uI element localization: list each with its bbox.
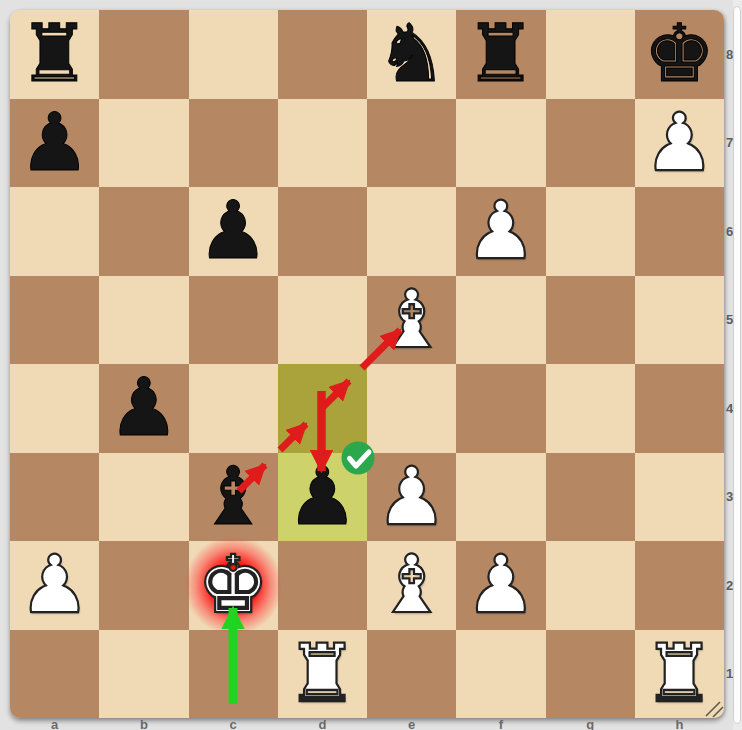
square-e1[interactable] [367,630,456,719]
square-g1[interactable] [546,630,635,719]
square-f7[interactable] [456,99,545,188]
square-b6[interactable] [99,187,188,276]
piece-black-knight[interactable]: ♞ [367,10,456,99]
square-c3[interactable]: ♝ [189,453,278,542]
scrollbar-thumb[interactable] [733,6,741,724]
file-labels: abcdefgh [10,717,724,730]
square-h2[interactable] [635,541,724,630]
square-a4[interactable] [10,364,99,453]
file-label-a: a [10,717,99,730]
square-d5[interactable] [278,276,367,365]
piece-black-rook[interactable]: ♜ [10,10,99,99]
square-f8[interactable]: ♜ [456,10,545,99]
square-g8[interactable] [546,10,635,99]
square-b8[interactable] [99,10,188,99]
piece-white-rook[interactable]: ♜ [278,630,367,719]
square-b2[interactable] [99,541,188,630]
piece-black-bishop[interactable]: ♝ [189,453,278,542]
piece-white-pawn[interactable]: ♟ [635,99,724,188]
square-h1[interactable]: ♜ [635,630,724,719]
file-label-d: d [278,717,367,730]
piece-white-bishop[interactable]: ♝ [367,541,456,630]
square-d4[interactable] [278,364,367,453]
square-h5[interactable] [635,276,724,365]
square-a1[interactable] [10,630,99,719]
square-b1[interactable] [99,630,188,719]
square-f3[interactable] [456,453,545,542]
square-g2[interactable] [546,541,635,630]
square-f6[interactable]: ♟ [456,187,545,276]
square-a8[interactable]: ♜ [10,10,99,99]
square-f2[interactable]: ♟ [456,541,545,630]
piece-white-pawn[interactable]: ♟ [456,541,545,630]
piece-black-king[interactable]: ♚ [635,10,724,99]
square-a3[interactable] [10,453,99,542]
square-g6[interactable] [546,187,635,276]
square-e5[interactable]: ♝ [367,276,456,365]
square-g3[interactable] [546,453,635,542]
square-b5[interactable] [99,276,188,365]
square-d3[interactable]: ♟ [278,453,367,542]
square-c6[interactable]: ♟ [189,187,278,276]
square-c2[interactable]: ♚ [189,541,278,630]
square-d8[interactable] [278,10,367,99]
square-d1[interactable]: ♜ [278,630,367,719]
square-c1[interactable] [189,630,278,719]
square-d6[interactable] [278,187,367,276]
square-b3[interactable] [99,453,188,542]
chess-board[interactable]: ♜♞♜♚♟♟♟♟♝♟♝♟♟♟♚♝♟♜♜ [10,10,724,718]
piece-black-pawn[interactable]: ♟ [10,99,99,188]
piece-white-pawn[interactable]: ♟ [10,541,99,630]
square-d2[interactable] [278,541,367,630]
square-e6[interactable] [367,187,456,276]
square-e4[interactable] [367,364,456,453]
piece-black-rook[interactable]: ♜ [456,10,545,99]
square-c4[interactable] [189,364,278,453]
piece-black-pawn[interactable]: ♟ [278,453,367,542]
square-e7[interactable] [367,99,456,188]
piece-white-rook[interactable]: ♜ [635,630,724,719]
square-e2[interactable]: ♝ [367,541,456,630]
square-f5[interactable] [456,276,545,365]
piece-black-pawn[interactable]: ♟ [189,187,278,276]
square-e8[interactable]: ♞ [367,10,456,99]
square-h6[interactable] [635,187,724,276]
square-f4[interactable] [456,364,545,453]
file-label-b: b [99,717,188,730]
square-b7[interactable] [99,99,188,188]
square-h3[interactable] [635,453,724,542]
square-e3[interactable]: ♟ [367,453,456,542]
square-d7[interactable] [278,99,367,188]
square-h8[interactable]: ♚ [635,10,724,99]
piece-white-pawn[interactable]: ♟ [456,187,545,276]
square-h4[interactable] [635,364,724,453]
square-c8[interactable] [189,10,278,99]
file-label-e: e [367,717,456,730]
square-c7[interactable] [189,99,278,188]
piece-white-pawn[interactable]: ♟ [367,453,456,542]
square-a5[interactable] [10,276,99,365]
file-label-f: f [456,717,545,730]
piece-black-pawn[interactable]: ♟ [99,364,188,453]
square-g7[interactable] [546,99,635,188]
square-f1[interactable] [456,630,545,719]
piece-white-bishop[interactable]: ♝ [367,276,456,365]
square-a2[interactable]: ♟ [10,541,99,630]
square-a7[interactable]: ♟ [10,99,99,188]
file-label-h: h [635,717,724,730]
square-b4[interactable]: ♟ [99,364,188,453]
square-c5[interactable] [189,276,278,365]
square-h7[interactable]: ♟ [635,99,724,188]
file-label-g: g [546,717,635,730]
square-a6[interactable] [10,187,99,276]
square-g5[interactable] [546,276,635,365]
file-label-c: c [189,717,278,730]
piece-white-king[interactable]: ♚ [189,541,278,630]
square-g4[interactable] [546,364,635,453]
